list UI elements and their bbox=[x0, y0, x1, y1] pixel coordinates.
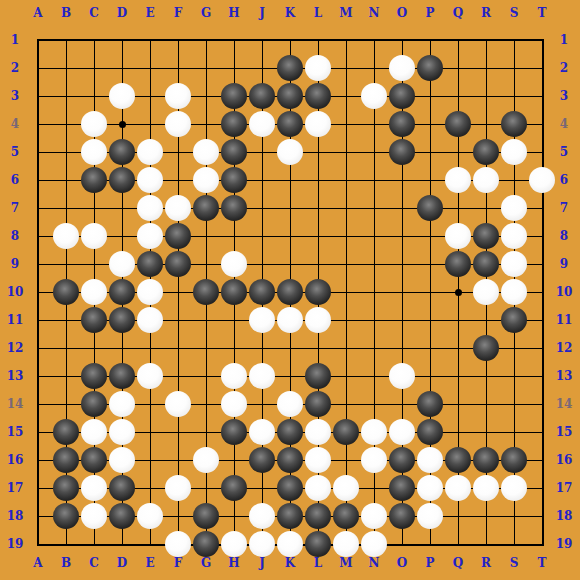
stone-white-C10[interactable] bbox=[81, 279, 107, 305]
stone-black-G7[interactable] bbox=[193, 195, 219, 221]
row-label-right-13: 13 bbox=[550, 369, 578, 383]
column-label-top-R: R bbox=[476, 6, 496, 20]
stone-white-F7[interactable] bbox=[165, 195, 191, 221]
stone-black-M15[interactable] bbox=[333, 419, 359, 445]
stone-black-K17[interactable] bbox=[277, 475, 303, 501]
stone-black-C13[interactable] bbox=[81, 363, 107, 389]
stone-black-C11[interactable] bbox=[81, 307, 107, 333]
stone-black-L13[interactable] bbox=[305, 363, 331, 389]
stone-white-K14[interactable] bbox=[277, 391, 303, 417]
stone-white-J13[interactable] bbox=[249, 363, 275, 389]
stone-black-O17[interactable] bbox=[389, 475, 415, 501]
stone-white-S17[interactable] bbox=[501, 475, 527, 501]
stone-white-D3[interactable] bbox=[109, 83, 135, 109]
stone-black-P7[interactable] bbox=[417, 195, 443, 221]
column-label-bottom-N: N bbox=[364, 556, 384, 570]
stone-white-E11[interactable] bbox=[137, 307, 163, 333]
stone-black-M18[interactable] bbox=[333, 503, 359, 529]
stone-white-K5[interactable] bbox=[277, 139, 303, 165]
column-label-bottom-P: P bbox=[420, 556, 440, 570]
stone-white-S10[interactable] bbox=[501, 279, 527, 305]
row-label-left-13: 13 bbox=[0, 369, 30, 383]
stone-white-N15[interactable] bbox=[361, 419, 387, 445]
stone-black-F8[interactable] bbox=[165, 223, 191, 249]
stone-white-N16[interactable] bbox=[361, 447, 387, 473]
column-label-bottom-G: G bbox=[196, 556, 216, 570]
stone-black-J10[interactable] bbox=[249, 279, 275, 305]
row-label-left-7: 7 bbox=[0, 201, 30, 215]
stone-black-H6[interactable] bbox=[221, 167, 247, 193]
row-label-right-14: 14 bbox=[550, 397, 578, 411]
stone-white-D16[interactable] bbox=[109, 447, 135, 473]
stone-black-K16[interactable] bbox=[277, 447, 303, 473]
stone-black-G18[interactable] bbox=[193, 503, 219, 529]
stone-black-D11[interactable] bbox=[109, 307, 135, 333]
stone-white-B8[interactable] bbox=[53, 223, 79, 249]
stone-white-C18[interactable] bbox=[81, 503, 107, 529]
stone-black-H15[interactable] bbox=[221, 419, 247, 445]
column-label-top-C: C bbox=[84, 6, 104, 20]
column-label-top-N: N bbox=[364, 6, 384, 20]
row-label-right-3: 3 bbox=[550, 89, 578, 103]
column-label-bottom-L: L bbox=[308, 556, 328, 570]
stone-black-K18[interactable] bbox=[277, 503, 303, 529]
stone-black-O18[interactable] bbox=[389, 503, 415, 529]
stone-white-E18[interactable] bbox=[137, 503, 163, 529]
row-label-left-15: 15 bbox=[0, 425, 30, 439]
stone-white-R17[interactable] bbox=[473, 475, 499, 501]
stone-white-C8[interactable] bbox=[81, 223, 107, 249]
stone-black-R8[interactable] bbox=[473, 223, 499, 249]
column-label-bottom-R: R bbox=[476, 556, 496, 570]
stone-white-N19[interactable] bbox=[361, 531, 387, 557]
stone-black-F9[interactable] bbox=[165, 251, 191, 277]
stone-white-J18[interactable] bbox=[249, 503, 275, 529]
stone-white-H14[interactable] bbox=[221, 391, 247, 417]
stone-black-B10[interactable] bbox=[53, 279, 79, 305]
stone-white-D9[interactable] bbox=[109, 251, 135, 277]
stone-black-J3[interactable] bbox=[249, 83, 275, 109]
stone-white-E7[interactable] bbox=[137, 195, 163, 221]
column-label-top-F: F bbox=[168, 6, 188, 20]
stone-white-Q8[interactable] bbox=[445, 223, 471, 249]
row-label-left-2: 2 bbox=[0, 61, 30, 75]
stone-black-P15[interactable] bbox=[417, 419, 443, 445]
stone-black-H3[interactable] bbox=[221, 83, 247, 109]
row-label-left-17: 17 bbox=[0, 481, 30, 495]
stone-white-P16[interactable] bbox=[417, 447, 443, 473]
stone-white-C17[interactable] bbox=[81, 475, 107, 501]
row-label-right-4: 4 bbox=[550, 117, 578, 131]
stone-black-P2[interactable] bbox=[417, 55, 443, 81]
stone-white-F4[interactable] bbox=[165, 111, 191, 137]
stone-white-M17[interactable] bbox=[333, 475, 359, 501]
stone-white-E8[interactable] bbox=[137, 223, 163, 249]
column-label-top-K: K bbox=[280, 6, 300, 20]
row-label-left-19: 19 bbox=[0, 537, 30, 551]
stone-white-J4[interactable] bbox=[249, 111, 275, 137]
column-label-top-D: D bbox=[112, 6, 132, 20]
stone-white-L15[interactable] bbox=[305, 419, 331, 445]
column-label-top-B: B bbox=[56, 6, 76, 20]
stone-black-J16[interactable] bbox=[249, 447, 275, 473]
stone-black-O4[interactable] bbox=[389, 111, 415, 137]
stone-white-C4[interactable] bbox=[81, 111, 107, 137]
stone-white-J19[interactable] bbox=[249, 531, 275, 557]
stone-white-K11[interactable] bbox=[277, 307, 303, 333]
row-label-left-6: 6 bbox=[0, 173, 30, 187]
row-label-right-17: 17 bbox=[550, 481, 578, 495]
star-point-D4 bbox=[119, 121, 126, 128]
column-label-bottom-J: J bbox=[252, 556, 272, 570]
row-label-left-4: 4 bbox=[0, 117, 30, 131]
stone-black-Q4[interactable] bbox=[445, 111, 471, 137]
star-point-Q10 bbox=[455, 289, 462, 296]
row-label-left-5: 5 bbox=[0, 145, 30, 159]
stone-black-K15[interactable] bbox=[277, 419, 303, 445]
stone-white-H9[interactable] bbox=[221, 251, 247, 277]
stone-black-H10[interactable] bbox=[221, 279, 247, 305]
stone-white-L16[interactable] bbox=[305, 447, 331, 473]
stone-black-B15[interactable] bbox=[53, 419, 79, 445]
column-label-top-T: T bbox=[532, 6, 552, 20]
column-label-bottom-T: T bbox=[532, 556, 552, 570]
stone-black-Q16[interactable] bbox=[445, 447, 471, 473]
stone-black-O16[interactable] bbox=[389, 447, 415, 473]
stone-white-D15[interactable] bbox=[109, 419, 135, 445]
row-label-right-9: 9 bbox=[550, 257, 578, 271]
stone-black-L14[interactable] bbox=[305, 391, 331, 417]
stone-black-S16[interactable] bbox=[501, 447, 527, 473]
stone-black-C14[interactable] bbox=[81, 391, 107, 417]
column-label-bottom-E: E bbox=[140, 556, 160, 570]
column-label-top-H: H bbox=[224, 6, 244, 20]
stone-white-P18[interactable] bbox=[417, 503, 443, 529]
stone-white-Q17[interactable] bbox=[445, 475, 471, 501]
stone-black-K2[interactable] bbox=[277, 55, 303, 81]
column-label-bottom-M: M bbox=[336, 556, 356, 570]
row-label-right-12: 12 bbox=[550, 341, 578, 355]
row-label-right-18: 18 bbox=[550, 509, 578, 523]
stone-white-O13[interactable] bbox=[389, 363, 415, 389]
stone-black-D5[interactable] bbox=[109, 139, 135, 165]
stone-white-G5[interactable] bbox=[193, 139, 219, 165]
stone-white-C5[interactable] bbox=[81, 139, 107, 165]
stone-black-L10[interactable] bbox=[305, 279, 331, 305]
stone-white-E13[interactable] bbox=[137, 363, 163, 389]
row-label-left-1: 1 bbox=[0, 33, 30, 47]
stone-white-S5[interactable] bbox=[501, 139, 527, 165]
stone-white-J11[interactable] bbox=[249, 307, 275, 333]
stone-white-S7[interactable] bbox=[501, 195, 527, 221]
stone-black-E9[interactable] bbox=[137, 251, 163, 277]
column-label-top-S: S bbox=[504, 6, 524, 20]
stone-white-G6[interactable] bbox=[193, 167, 219, 193]
stone-white-N18[interactable] bbox=[361, 503, 387, 529]
stone-white-P17[interactable] bbox=[417, 475, 443, 501]
go-board: ABCDEFGHJKLMNOPQRST ABCDEFGHJKLMNOPQRST … bbox=[0, 0, 580, 580]
stone-white-J15[interactable] bbox=[249, 419, 275, 445]
stone-black-L19[interactable] bbox=[305, 531, 331, 557]
stone-black-K10[interactable] bbox=[277, 279, 303, 305]
column-label-bottom-H: H bbox=[224, 556, 244, 570]
column-label-top-O: O bbox=[392, 6, 412, 20]
row-label-right-7: 7 bbox=[550, 201, 578, 215]
stone-black-H7[interactable] bbox=[221, 195, 247, 221]
stone-white-E6[interactable] bbox=[137, 167, 163, 193]
stone-white-R10[interactable] bbox=[473, 279, 499, 305]
stone-black-P14[interactable] bbox=[417, 391, 443, 417]
column-label-top-P: P bbox=[420, 6, 440, 20]
stone-black-K4[interactable] bbox=[277, 111, 303, 137]
row-label-right-16: 16 bbox=[550, 453, 578, 467]
stone-white-Q6[interactable] bbox=[445, 167, 471, 193]
stone-white-F3[interactable] bbox=[165, 83, 191, 109]
row-label-left-9: 9 bbox=[0, 257, 30, 271]
stone-white-G16[interactable] bbox=[193, 447, 219, 473]
stone-black-C16[interactable] bbox=[81, 447, 107, 473]
stone-white-M19[interactable] bbox=[333, 531, 359, 557]
stone-white-F14[interactable] bbox=[165, 391, 191, 417]
stone-black-D17[interactable] bbox=[109, 475, 135, 501]
stone-white-S8[interactable] bbox=[501, 223, 527, 249]
stone-white-K19[interactable] bbox=[277, 531, 303, 557]
stone-black-B16[interactable] bbox=[53, 447, 79, 473]
stone-white-O15[interactable] bbox=[389, 419, 415, 445]
row-label-right-1: 1 bbox=[550, 33, 578, 47]
column-label-bottom-Q: Q bbox=[448, 556, 468, 570]
row-label-left-10: 10 bbox=[0, 285, 30, 299]
column-label-top-M: M bbox=[336, 6, 356, 20]
stone-black-H5[interactable] bbox=[221, 139, 247, 165]
column-label-bottom-K: K bbox=[280, 556, 300, 570]
stone-black-D10[interactable] bbox=[109, 279, 135, 305]
stone-black-R16[interactable] bbox=[473, 447, 499, 473]
stone-black-R9[interactable] bbox=[473, 251, 499, 277]
row-label-right-19: 19 bbox=[550, 537, 578, 551]
stone-black-O3[interactable] bbox=[389, 83, 415, 109]
row-label-right-5: 5 bbox=[550, 145, 578, 159]
row-label-right-15: 15 bbox=[550, 425, 578, 439]
column-label-bottom-A: A bbox=[28, 556, 48, 570]
stone-black-S4[interactable] bbox=[501, 111, 527, 137]
column-label-bottom-F: F bbox=[168, 556, 188, 570]
stone-white-E10[interactable] bbox=[137, 279, 163, 305]
stone-black-G10[interactable] bbox=[193, 279, 219, 305]
stone-black-B17[interactable] bbox=[53, 475, 79, 501]
stone-black-Q9[interactable] bbox=[445, 251, 471, 277]
row-label-right-11: 11 bbox=[550, 313, 578, 327]
column-label-bottom-B: B bbox=[56, 556, 76, 570]
stone-black-B18[interactable] bbox=[53, 503, 79, 529]
column-label-top-A: A bbox=[28, 6, 48, 20]
stone-black-R12[interactable] bbox=[473, 335, 499, 361]
stone-black-L3[interactable] bbox=[305, 83, 331, 109]
column-label-bottom-D: D bbox=[112, 556, 132, 570]
row-label-right-8: 8 bbox=[550, 229, 578, 243]
stone-white-L2[interactable] bbox=[305, 55, 331, 81]
stone-black-G19[interactable] bbox=[193, 531, 219, 557]
stone-white-R6[interactable] bbox=[473, 167, 499, 193]
stone-black-L18[interactable] bbox=[305, 503, 331, 529]
column-label-top-E: E bbox=[140, 6, 160, 20]
stone-white-L11[interactable] bbox=[305, 307, 331, 333]
stone-white-E5[interactable] bbox=[137, 139, 163, 165]
row-label-left-11: 11 bbox=[0, 313, 30, 327]
row-label-left-8: 8 bbox=[0, 229, 30, 243]
stone-white-N3[interactable] bbox=[361, 83, 387, 109]
stone-black-O5[interactable] bbox=[389, 139, 415, 165]
stone-black-R5[interactable] bbox=[473, 139, 499, 165]
row-label-right-10: 10 bbox=[550, 285, 578, 299]
stone-white-H13[interactable] bbox=[221, 363, 247, 389]
row-label-left-12: 12 bbox=[0, 341, 30, 355]
row-label-left-16: 16 bbox=[0, 453, 30, 467]
stone-black-H4[interactable] bbox=[221, 111, 247, 137]
column-label-top-L: L bbox=[308, 6, 328, 20]
stone-white-O2[interactable] bbox=[389, 55, 415, 81]
stone-white-T6[interactable] bbox=[529, 167, 555, 193]
stone-white-L4[interactable] bbox=[305, 111, 331, 137]
column-label-top-Q: Q bbox=[448, 6, 468, 20]
stone-black-S11[interactable] bbox=[501, 307, 527, 333]
stone-black-D6[interactable] bbox=[109, 167, 135, 193]
column-label-bottom-O: O bbox=[392, 556, 412, 570]
stone-black-D18[interactable] bbox=[109, 503, 135, 529]
column-label-bottom-S: S bbox=[504, 556, 524, 570]
stone-white-S9[interactable] bbox=[501, 251, 527, 277]
stone-black-H17[interactable] bbox=[221, 475, 247, 501]
row-label-left-18: 18 bbox=[0, 509, 30, 523]
row-label-left-14: 14 bbox=[0, 397, 30, 411]
column-label-bottom-C: C bbox=[84, 556, 104, 570]
column-label-top-J: J bbox=[252, 6, 272, 20]
column-label-top-G: G bbox=[196, 6, 216, 20]
stone-white-C15[interactable] bbox=[81, 419, 107, 445]
stone-white-F17[interactable] bbox=[165, 475, 191, 501]
row-label-left-3: 3 bbox=[0, 89, 30, 103]
stone-black-D13[interactable] bbox=[109, 363, 135, 389]
stone-black-C6[interactable] bbox=[81, 167, 107, 193]
stone-white-L17[interactable] bbox=[305, 475, 331, 501]
stone-white-D14[interactable] bbox=[109, 391, 135, 417]
row-label-right-2: 2 bbox=[550, 61, 578, 75]
stone-white-F19[interactable] bbox=[165, 531, 191, 557]
stone-black-K3[interactable] bbox=[277, 83, 303, 109]
stone-white-H19[interactable] bbox=[221, 531, 247, 557]
